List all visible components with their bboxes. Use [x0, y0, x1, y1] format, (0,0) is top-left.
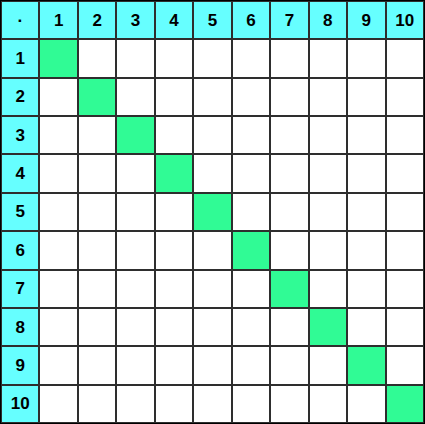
cell-r9-c8	[309, 346, 347, 384]
cell-r5-c7	[270, 193, 308, 231]
cell-r10-c5	[193, 385, 231, 423]
cell-r2-c6	[232, 78, 270, 116]
row-header-3: 3	[1, 116, 39, 154]
row-header-4: 4	[1, 154, 39, 192]
cell-r6-c2	[78, 231, 116, 269]
cell-r10-c1	[39, 385, 77, 423]
cell-r10-c10	[386, 385, 424, 423]
cell-r4-c1	[39, 154, 77, 192]
cell-r3-c10	[386, 116, 424, 154]
cell-r9-c3	[116, 346, 154, 384]
cell-r2-c7	[270, 78, 308, 116]
cell-r7-c10	[386, 270, 424, 308]
cell-r6-c7	[270, 231, 308, 269]
cell-r1-c3	[116, 39, 154, 77]
cell-r1-c5	[193, 39, 231, 77]
cell-r4-c7	[270, 154, 308, 192]
col-header-9: 9	[347, 1, 385, 39]
cell-r8-c6	[232, 308, 270, 346]
corner-dot-label: ·	[1, 1, 39, 39]
cell-r3-c8	[309, 116, 347, 154]
cell-r6-c3	[116, 231, 154, 269]
cell-r2-c4	[155, 78, 193, 116]
col-header-4: 4	[155, 1, 193, 39]
cell-r3-c7	[270, 116, 308, 154]
cell-r7-c7	[270, 270, 308, 308]
cell-r7-c3	[116, 270, 154, 308]
cell-r4-c2	[78, 154, 116, 192]
cell-r10-c9	[347, 385, 385, 423]
cell-r8-c8	[309, 308, 347, 346]
cell-r3-c1	[39, 116, 77, 154]
cell-r9-c7	[270, 346, 308, 384]
cell-r7-c5	[193, 270, 231, 308]
cell-r3-c9	[347, 116, 385, 154]
row-header-10: 10	[1, 385, 39, 423]
cell-r9-c10	[386, 346, 424, 384]
col-header-5: 5	[193, 1, 231, 39]
row-header-6: 6	[1, 231, 39, 269]
cell-r2-c9	[347, 78, 385, 116]
cell-r8-c3	[116, 308, 154, 346]
row-header-7: 7	[1, 270, 39, 308]
cell-r3-c5	[193, 116, 231, 154]
multiplication-grid: ·1234567891012345678910	[0, 0, 425, 424]
cell-r10-c2	[78, 385, 116, 423]
cell-r8-c1	[39, 308, 77, 346]
cell-r1-c8	[309, 39, 347, 77]
cell-r5-c8	[309, 193, 347, 231]
cell-r10-c4	[155, 385, 193, 423]
row-header-8: 8	[1, 308, 39, 346]
cell-r3-c6	[232, 116, 270, 154]
cell-r7-c1	[39, 270, 77, 308]
col-header-10: 10	[386, 1, 424, 39]
row-header-1: 1	[1, 39, 39, 77]
cell-r4-c5	[193, 154, 231, 192]
cell-r1-c10	[386, 39, 424, 77]
cell-r2-c8	[309, 78, 347, 116]
row-header-9: 9	[1, 346, 39, 384]
cell-r3-c3	[116, 116, 154, 154]
cell-r4-c4	[155, 154, 193, 192]
cell-r3-c2	[78, 116, 116, 154]
cell-r6-c5	[193, 231, 231, 269]
row-header-5: 5	[1, 193, 39, 231]
row-header-2: 2	[1, 78, 39, 116]
cell-r6-c1	[39, 231, 77, 269]
cell-r1-c6	[232, 39, 270, 77]
cell-r6-c4	[155, 231, 193, 269]
cell-r4-c3	[116, 154, 154, 192]
cell-r5-c2	[78, 193, 116, 231]
cell-r5-c1	[39, 193, 77, 231]
cell-r1-c9	[347, 39, 385, 77]
cell-r6-c8	[309, 231, 347, 269]
cell-r8-c9	[347, 308, 385, 346]
cell-r4-c6	[232, 154, 270, 192]
cell-r9-c9	[347, 346, 385, 384]
cell-r7-c8	[309, 270, 347, 308]
cell-r5-c6	[232, 193, 270, 231]
cell-r8-c2	[78, 308, 116, 346]
cell-r2-c1	[39, 78, 77, 116]
cell-r9-c1	[39, 346, 77, 384]
cell-r7-c2	[78, 270, 116, 308]
cell-r8-c4	[155, 308, 193, 346]
cell-r2-c3	[116, 78, 154, 116]
col-header-6: 6	[232, 1, 270, 39]
cell-r6-c6	[232, 231, 270, 269]
cell-r4-c8	[309, 154, 347, 192]
cell-r6-c10	[386, 231, 424, 269]
cell-r1-c2	[78, 39, 116, 77]
cell-r8-c7	[270, 308, 308, 346]
col-header-3: 3	[116, 1, 154, 39]
cell-r10-c8	[309, 385, 347, 423]
cell-r2-c10	[386, 78, 424, 116]
col-header-2: 2	[78, 1, 116, 39]
cell-r8-c10	[386, 308, 424, 346]
cell-r9-c4	[155, 346, 193, 384]
cell-r10-c6	[232, 385, 270, 423]
cell-r9-c6	[232, 346, 270, 384]
cell-r5-c5	[193, 193, 231, 231]
cell-r2-c2	[78, 78, 116, 116]
cell-r1-c7	[270, 39, 308, 77]
cell-r10-c3	[116, 385, 154, 423]
col-header-7: 7	[270, 1, 308, 39]
cell-r4-c10	[386, 154, 424, 192]
cell-r5-c3	[116, 193, 154, 231]
col-header-8: 8	[309, 1, 347, 39]
cell-r7-c4	[155, 270, 193, 308]
cell-r1-c1	[39, 39, 77, 77]
cell-r7-c9	[347, 270, 385, 308]
cell-r7-c6	[232, 270, 270, 308]
cell-r2-c5	[193, 78, 231, 116]
cell-r1-c4	[155, 39, 193, 77]
cell-r8-c5	[193, 308, 231, 346]
cell-r3-c4	[155, 116, 193, 154]
cell-r5-c4	[155, 193, 193, 231]
cell-r9-c2	[78, 346, 116, 384]
cell-r5-c9	[347, 193, 385, 231]
cell-r5-c10	[386, 193, 424, 231]
cell-r6-c9	[347, 231, 385, 269]
cell-r9-c5	[193, 346, 231, 384]
cell-r4-c9	[347, 154, 385, 192]
col-header-1: 1	[39, 1, 77, 39]
cell-r10-c7	[270, 385, 308, 423]
